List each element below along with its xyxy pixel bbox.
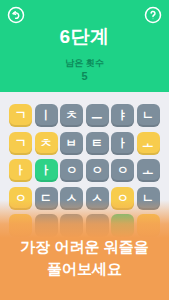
grid-cell-r1c4[interactable]: ㅡ — [86, 104, 109, 127]
grid-cell-r4c3[interactable]: ㅅ — [60, 187, 83, 210]
grid-cell-r1c3[interactable]: ㅊ — [60, 104, 83, 127]
header: 6단계 남은 횟수 5 — [0, 0, 169, 92]
grid-cell-r3c5[interactable]: ㅇ — [111, 159, 134, 182]
grid-cell-r5c1[interactable] — [9, 214, 32, 237]
grid-cell-r5c4[interactable] — [86, 214, 109, 237]
grid-cell-r2c4[interactable]: ㅌ — [86, 132, 109, 155]
grid-cell-r2c2[interactable]: ㅊ — [35, 132, 58, 155]
footer-line1: 가장 어려운 워즐을 — [0, 236, 169, 258]
remaining-count-label: 남은 횟수 — [0, 57, 169, 70]
grid-cell-r4c1[interactable]: ㅇ — [9, 187, 32, 210]
grid-cell-r3c4[interactable]: ㅇ — [86, 159, 109, 182]
app-screen: 6단계 남은 횟수 5 ㄱㅣㅊㅡㅑㄴㄱㅊㅂㅌㅏㅗㅏㅏㅇㅇㅇㅗㅇㄷㅅㅅㅇㄴ 가장 … — [0, 0, 169, 300]
grid-cell-r5c2[interactable] — [35, 214, 58, 237]
grid-cell-r4c6[interactable]: ㄴ — [137, 187, 160, 210]
undo-circle-icon — [7, 6, 25, 24]
grid-cell-r2c1[interactable]: ㄱ — [9, 132, 32, 155]
grid-cell-r3c6[interactable]: ㅗ — [137, 159, 160, 182]
grid-cell-r2c6[interactable]: ㅗ — [137, 132, 160, 155]
grid-cell-r3c2[interactable]: ㅏ — [35, 159, 58, 182]
remaining-count-value: 5 — [0, 70, 169, 82]
help-button[interactable] — [144, 6, 162, 24]
grid-cell-r5c3[interactable] — [60, 214, 83, 237]
footer-text: 가장 어려운 워즐을 풀어보세요 — [0, 236, 169, 280]
grid-cell-r4c5[interactable]: ㅇ — [111, 187, 134, 210]
grid-cell-r1c1[interactable]: ㄱ — [9, 104, 32, 127]
letter-grid: ㄱㅣㅊㅡㅑㄴㄱㅊㅂㅌㅏㅗㅏㅏㅇㅇㅇㅗㅇㄷㅅㅅㅇㄴ — [9, 104, 160, 237]
back-button[interactable] — [7, 6, 25, 24]
grid-cell-r3c1[interactable]: ㅏ — [9, 159, 32, 182]
grid-cell-r2c3[interactable]: ㅂ — [60, 132, 83, 155]
grid-cell-r5c6[interactable] — [137, 214, 160, 237]
grid-cell-r4c4[interactable]: ㅅ — [86, 187, 109, 210]
page-title: 6단계 — [0, 24, 169, 50]
question-circle-icon — [144, 6, 162, 24]
grid-cell-r1c5[interactable]: ㅑ — [111, 104, 134, 127]
grid-cell-r3c3[interactable]: ㅇ — [60, 159, 83, 182]
grid-cell-r5c5[interactable] — [111, 214, 134, 237]
footer-line2: 풀어보세요 — [0, 258, 169, 280]
grid-cell-r1c6[interactable]: ㄴ — [137, 104, 160, 127]
grid-cell-r1c2[interactable]: ㅣ — [35, 104, 58, 127]
grid-cell-r4c2[interactable]: ㄷ — [35, 187, 58, 210]
grid-cell-r2c5[interactable]: ㅏ — [111, 132, 134, 155]
